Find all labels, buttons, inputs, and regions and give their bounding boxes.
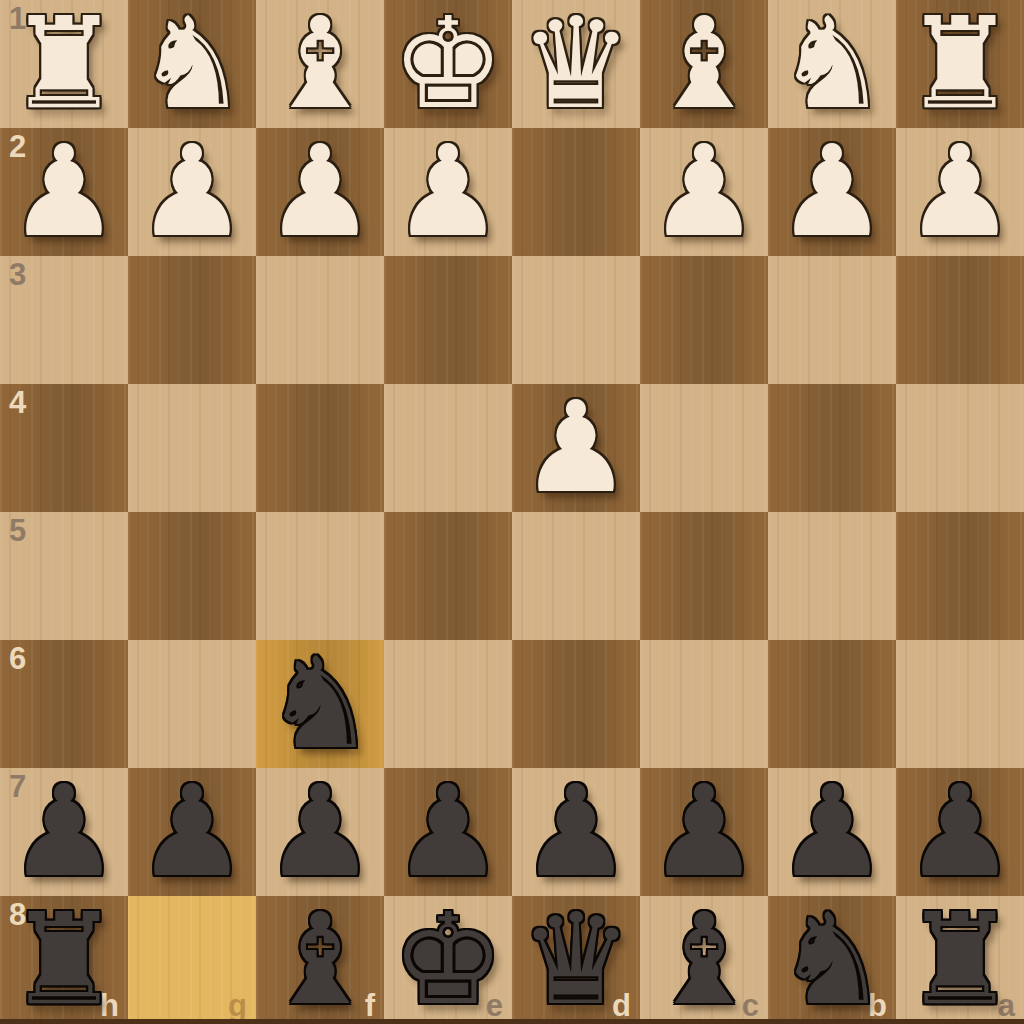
white-queen: ♛ bbox=[520, 0, 633, 128]
square-d5[interactable] bbox=[512, 512, 640, 640]
square-g8[interactable]: g bbox=[128, 896, 256, 1024]
square-h7[interactable]: 7♟ bbox=[0, 768, 128, 896]
rank-label-5: 5 bbox=[9, 514, 26, 548]
white-rook: ♜ bbox=[904, 0, 1017, 128]
square-f2[interactable]: ♟ bbox=[256, 128, 384, 256]
square-f5[interactable] bbox=[256, 512, 384, 640]
black-pawn: ♟ bbox=[776, 768, 889, 896]
rank-label-6: 6 bbox=[9, 642, 26, 676]
white-pawn: ♟ bbox=[8, 128, 121, 256]
square-g3[interactable] bbox=[128, 256, 256, 384]
black-bishop: ♝ bbox=[264, 896, 377, 1024]
white-pawn: ♟ bbox=[520, 384, 633, 512]
white-knight: ♞ bbox=[776, 0, 889, 128]
board-bottom-edge bbox=[0, 1019, 1024, 1024]
white-rook: ♜ bbox=[8, 0, 121, 128]
square-c4[interactable] bbox=[640, 384, 768, 512]
square-a6[interactable] bbox=[896, 640, 1024, 768]
square-c6[interactable] bbox=[640, 640, 768, 768]
white-knight: ♞ bbox=[136, 0, 249, 128]
square-a8[interactable]: a♜ bbox=[896, 896, 1024, 1024]
square-f4[interactable] bbox=[256, 384, 384, 512]
black-pawn: ♟ bbox=[648, 768, 761, 896]
rank-label-4: 4 bbox=[9, 386, 26, 420]
square-e1[interactable]: ♚ bbox=[384, 0, 512, 128]
black-knight: ♞ bbox=[776, 896, 889, 1024]
square-a1[interactable]: ♜ bbox=[896, 0, 1024, 128]
square-c8[interactable]: c♝ bbox=[640, 896, 768, 1024]
square-g2[interactable]: ♟ bbox=[128, 128, 256, 256]
square-h5[interactable]: 5 bbox=[0, 512, 128, 640]
square-b2[interactable]: ♟ bbox=[768, 128, 896, 256]
square-d1[interactable]: ♛ bbox=[512, 0, 640, 128]
square-d2[interactable] bbox=[512, 128, 640, 256]
black-rook: ♜ bbox=[904, 896, 1017, 1024]
square-b6[interactable] bbox=[768, 640, 896, 768]
square-h6[interactable]: 6 bbox=[0, 640, 128, 768]
black-pawn: ♟ bbox=[8, 768, 121, 896]
square-e6[interactable] bbox=[384, 640, 512, 768]
square-g6[interactable] bbox=[128, 640, 256, 768]
square-c7[interactable]: ♟ bbox=[640, 768, 768, 896]
square-d7[interactable]: ♟ bbox=[512, 768, 640, 896]
white-pawn: ♟ bbox=[648, 128, 761, 256]
white-pawn: ♟ bbox=[264, 128, 377, 256]
white-pawn: ♟ bbox=[904, 128, 1017, 256]
white-king: ♚ bbox=[392, 0, 505, 128]
square-e4[interactable] bbox=[384, 384, 512, 512]
black-pawn: ♟ bbox=[392, 768, 505, 896]
white-pawn: ♟ bbox=[392, 128, 505, 256]
square-h2[interactable]: 2♟ bbox=[0, 128, 128, 256]
square-h1[interactable]: 1♜ bbox=[0, 0, 128, 128]
square-a2[interactable]: ♟ bbox=[896, 128, 1024, 256]
white-pawn: ♟ bbox=[776, 128, 889, 256]
file-label-g: g bbox=[228, 989, 247, 1023]
black-king: ♚ bbox=[392, 896, 505, 1024]
square-b5[interactable] bbox=[768, 512, 896, 640]
square-h4[interactable]: 4 bbox=[0, 384, 128, 512]
square-c5[interactable] bbox=[640, 512, 768, 640]
square-e5[interactable] bbox=[384, 512, 512, 640]
square-e2[interactable]: ♟ bbox=[384, 128, 512, 256]
square-c2[interactable]: ♟ bbox=[640, 128, 768, 256]
square-f3[interactable] bbox=[256, 256, 384, 384]
square-a7[interactable]: ♟ bbox=[896, 768, 1024, 896]
chess-app: 1♜♞♝♚♛♝♞♜2♟♟♟♟♟♟♟34♟56♞7♟♟♟♟♟♟♟♟8h♜gf♝e♚… bbox=[0, 0, 1024, 1024]
square-e7[interactable]: ♟ bbox=[384, 768, 512, 896]
square-f6[interactable]: ♞ bbox=[256, 640, 384, 768]
square-d4[interactable]: ♟ bbox=[512, 384, 640, 512]
square-a3[interactable] bbox=[896, 256, 1024, 384]
square-e3[interactable] bbox=[384, 256, 512, 384]
square-d6[interactable] bbox=[512, 640, 640, 768]
square-b7[interactable]: ♟ bbox=[768, 768, 896, 896]
square-a4[interactable] bbox=[896, 384, 1024, 512]
square-b8[interactable]: b♞ bbox=[768, 896, 896, 1024]
white-bishop: ♝ bbox=[648, 0, 761, 128]
square-d8[interactable]: d♛ bbox=[512, 896, 640, 1024]
black-pawn: ♟ bbox=[904, 768, 1017, 896]
square-c1[interactable]: ♝ bbox=[640, 0, 768, 128]
square-g4[interactable] bbox=[128, 384, 256, 512]
square-g7[interactable]: ♟ bbox=[128, 768, 256, 896]
square-g1[interactable]: ♞ bbox=[128, 0, 256, 128]
chess-board: 1♜♞♝♚♛♝♞♜2♟♟♟♟♟♟♟34♟56♞7♟♟♟♟♟♟♟♟8h♜gf♝e♚… bbox=[0, 0, 1024, 1024]
square-e8[interactable]: e♚ bbox=[384, 896, 512, 1024]
white-bishop: ♝ bbox=[264, 0, 377, 128]
black-knight: ♞ bbox=[264, 640, 377, 768]
square-h3[interactable]: 3 bbox=[0, 256, 128, 384]
square-g5[interactable] bbox=[128, 512, 256, 640]
square-d3[interactable] bbox=[512, 256, 640, 384]
black-pawn: ♟ bbox=[264, 768, 377, 896]
black-pawn: ♟ bbox=[136, 768, 249, 896]
square-h8[interactable]: 8h♜ bbox=[0, 896, 128, 1024]
square-b3[interactable] bbox=[768, 256, 896, 384]
square-f8[interactable]: f♝ bbox=[256, 896, 384, 1024]
square-c3[interactable] bbox=[640, 256, 768, 384]
square-b1[interactable]: ♞ bbox=[768, 0, 896, 128]
square-a5[interactable] bbox=[896, 512, 1024, 640]
black-rook: ♜ bbox=[8, 896, 121, 1024]
black-queen: ♛ bbox=[520, 896, 633, 1024]
black-bishop: ♝ bbox=[648, 896, 761, 1024]
square-f7[interactable]: ♟ bbox=[256, 768, 384, 896]
square-f1[interactable]: ♝ bbox=[256, 0, 384, 128]
square-b4[interactable] bbox=[768, 384, 896, 512]
black-pawn: ♟ bbox=[520, 768, 633, 896]
white-pawn: ♟ bbox=[136, 128, 249, 256]
